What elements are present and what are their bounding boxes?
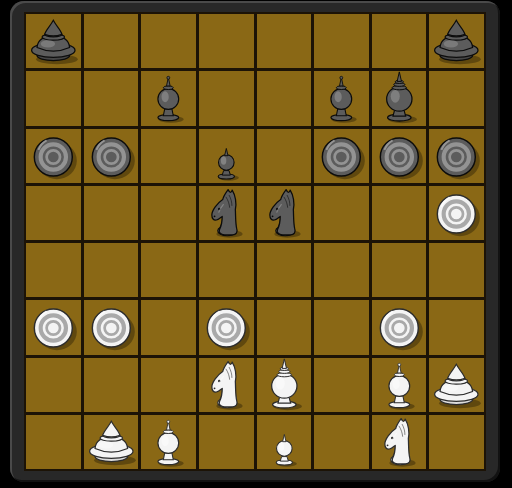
square-f4[interactable] <box>314 243 369 297</box>
square-f8[interactable] <box>314 14 369 68</box>
square-e3[interactable] <box>257 300 312 354</box>
page-background <box>0 0 512 488</box>
square-c5[interactable] <box>141 186 196 240</box>
piece-black-knight[interactable] <box>199 186 254 240</box>
square-g6[interactable] <box>372 129 427 183</box>
piece-white-queen[interactable] <box>257 415 312 469</box>
piece-white-rook[interactable] <box>429 358 484 412</box>
square-b3[interactable] <box>84 300 139 354</box>
square-e8[interactable] <box>257 14 312 68</box>
square-g3[interactable] <box>372 300 427 354</box>
square-d5[interactable] <box>199 186 254 240</box>
makruk-board <box>24 12 486 471</box>
square-b2[interactable] <box>84 358 139 412</box>
square-b4[interactable] <box>84 243 139 297</box>
square-g7[interactable] <box>372 71 427 125</box>
piece-black-pawn[interactable] <box>26 129 81 183</box>
piece-black-knight[interactable] <box>257 186 312 240</box>
square-d8[interactable] <box>199 14 254 68</box>
square-b5[interactable] <box>84 186 139 240</box>
piece-black-pawn[interactable] <box>372 129 427 183</box>
square-f1[interactable] <box>314 415 369 469</box>
square-a8[interactable] <box>26 14 81 68</box>
square-g5[interactable] <box>372 186 427 240</box>
square-c3[interactable] <box>141 300 196 354</box>
square-e1[interactable] <box>257 415 312 469</box>
square-b7[interactable] <box>84 71 139 125</box>
square-h5[interactable] <box>429 186 484 240</box>
board-frame <box>10 1 500 482</box>
square-d4[interactable] <box>199 243 254 297</box>
piece-black-pawn[interactable] <box>84 129 139 183</box>
square-d6[interactable] <box>199 129 254 183</box>
piece-white-pawn[interactable] <box>26 300 81 354</box>
square-a2[interactable] <box>26 358 81 412</box>
square-b1[interactable] <box>84 415 139 469</box>
piece-white-knight[interactable] <box>372 415 427 469</box>
square-c7[interactable] <box>141 71 196 125</box>
square-e2[interactable] <box>257 358 312 412</box>
square-a1[interactable] <box>26 415 81 469</box>
square-d2[interactable] <box>199 358 254 412</box>
square-h4[interactable] <box>429 243 484 297</box>
square-g2[interactable] <box>372 358 427 412</box>
square-g4[interactable] <box>372 243 427 297</box>
square-a5[interactable] <box>26 186 81 240</box>
square-h2[interactable] <box>429 358 484 412</box>
piece-white-bishop[interactable] <box>372 358 427 412</box>
square-a4[interactable] <box>26 243 81 297</box>
square-h1[interactable] <box>429 415 484 469</box>
square-c1[interactable] <box>141 415 196 469</box>
square-e7[interactable] <box>257 71 312 125</box>
square-a6[interactable] <box>26 129 81 183</box>
square-f2[interactable] <box>314 358 369 412</box>
square-f5[interactable] <box>314 186 369 240</box>
square-f6[interactable] <box>314 129 369 183</box>
square-e5[interactable] <box>257 186 312 240</box>
square-g8[interactable] <box>372 14 427 68</box>
square-c6[interactable] <box>141 129 196 183</box>
piece-black-bishop[interactable] <box>314 71 369 125</box>
piece-black-king[interactable] <box>372 71 427 125</box>
square-c4[interactable] <box>141 243 196 297</box>
square-e6[interactable] <box>257 129 312 183</box>
piece-white-pawn[interactable] <box>429 186 484 240</box>
piece-white-bishop[interactable] <box>141 415 196 469</box>
square-d3[interactable] <box>199 300 254 354</box>
square-d7[interactable] <box>199 71 254 125</box>
piece-black-rook[interactable] <box>429 14 484 68</box>
piece-black-bishop[interactable] <box>141 71 196 125</box>
piece-white-knight[interactable] <box>199 358 254 412</box>
square-f3[interactable] <box>314 300 369 354</box>
square-a3[interactable] <box>26 300 81 354</box>
piece-black-pawn[interactable] <box>314 129 369 183</box>
square-h7[interactable] <box>429 71 484 125</box>
piece-black-rook[interactable] <box>26 14 81 68</box>
piece-white-pawn[interactable] <box>199 300 254 354</box>
square-h8[interactable] <box>429 14 484 68</box>
square-c8[interactable] <box>141 14 196 68</box>
square-b6[interactable] <box>84 129 139 183</box>
piece-white-king[interactable] <box>257 358 312 412</box>
square-a7[interactable] <box>26 71 81 125</box>
piece-white-pawn[interactable] <box>372 300 427 354</box>
square-g1[interactable] <box>372 415 427 469</box>
square-b8[interactable] <box>84 14 139 68</box>
piece-black-queen[interactable] <box>199 129 254 183</box>
piece-black-pawn[interactable] <box>429 129 484 183</box>
square-d1[interactable] <box>199 415 254 469</box>
square-f7[interactable] <box>314 71 369 125</box>
piece-white-pawn[interactable] <box>84 300 139 354</box>
square-h6[interactable] <box>429 129 484 183</box>
square-c2[interactable] <box>141 358 196 412</box>
square-e4[interactable] <box>257 243 312 297</box>
square-h3[interactable] <box>429 300 484 354</box>
piece-white-rook[interactable] <box>84 415 139 469</box>
